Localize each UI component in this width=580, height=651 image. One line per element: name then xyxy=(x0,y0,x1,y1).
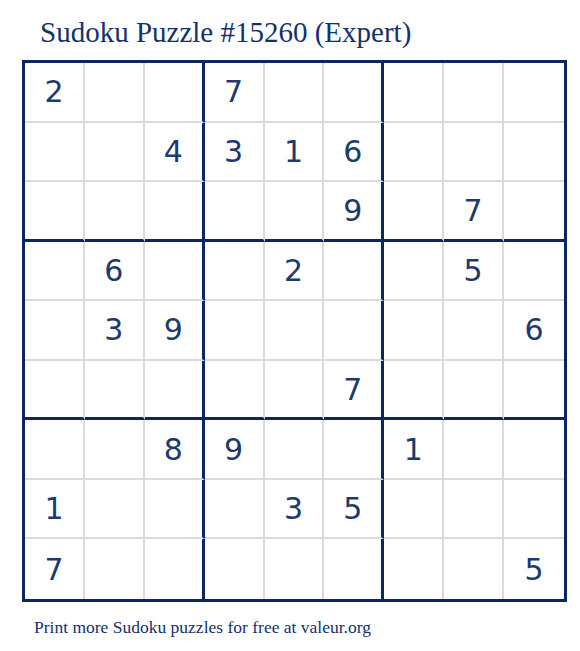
cell-r5c3[interactable]: 9 xyxy=(145,301,205,361)
cell-r3c3[interactable] xyxy=(145,182,205,242)
cell-r6c1[interactable] xyxy=(25,361,85,421)
cell-r5c4[interactable] xyxy=(205,301,265,361)
cell-r8c9[interactable] xyxy=(504,480,564,540)
cell-r2c3[interactable]: 4 xyxy=(145,123,205,183)
cell-r1c3[interactable] xyxy=(145,63,205,123)
cell-r6c4[interactable] xyxy=(205,361,265,421)
cell-r8c1[interactable]: 1 xyxy=(25,480,85,540)
cell-r9c1[interactable]: 7 xyxy=(25,539,85,599)
cell-r9c3[interactable] xyxy=(145,539,205,599)
cell-r7c5[interactable] xyxy=(265,420,325,480)
cell-r2c4[interactable]: 3 xyxy=(205,123,265,183)
cell-r2c8[interactable] xyxy=(444,123,504,183)
cell-r8c6[interactable]: 5 xyxy=(324,480,384,540)
cell-r7c9[interactable] xyxy=(504,420,564,480)
cell-r8c3[interactable] xyxy=(145,480,205,540)
cell-r5c8[interactable] xyxy=(444,301,504,361)
cell-r7c1[interactable] xyxy=(25,420,85,480)
cell-r2c5[interactable]: 1 xyxy=(265,123,325,183)
cell-r6c5[interactable] xyxy=(265,361,325,421)
cell-r2c2[interactable] xyxy=(85,123,145,183)
cell-r9c5[interactable] xyxy=(265,539,325,599)
cell-r6c9[interactable] xyxy=(504,361,564,421)
cell-r1c4[interactable]: 7 xyxy=(205,63,265,123)
cell-r8c8[interactable] xyxy=(444,480,504,540)
cell-r1c2[interactable] xyxy=(85,63,145,123)
cell-r6c7[interactable] xyxy=(384,361,444,421)
cell-r2c7[interactable] xyxy=(384,123,444,183)
cell-r9c6[interactable] xyxy=(324,539,384,599)
sudoku-board: 27431697625396789113575 xyxy=(22,60,567,602)
cell-r2c6[interactable]: 6 xyxy=(324,123,384,183)
cell-r3c7[interactable] xyxy=(384,182,444,242)
cell-r1c7[interactable] xyxy=(384,63,444,123)
cell-r1c5[interactable] xyxy=(265,63,325,123)
cell-r3c4[interactable] xyxy=(205,182,265,242)
cell-r4c5[interactable]: 2 xyxy=(265,242,325,302)
cell-r4c2[interactable]: 6 xyxy=(85,242,145,302)
cell-r4c9[interactable] xyxy=(504,242,564,302)
cell-r8c5[interactable]: 3 xyxy=(265,480,325,540)
cell-r2c1[interactable] xyxy=(25,123,85,183)
cell-r9c9[interactable]: 5 xyxy=(504,539,564,599)
cell-r7c8[interactable] xyxy=(444,420,504,480)
cell-r7c2[interactable] xyxy=(85,420,145,480)
cell-r2c9[interactable] xyxy=(504,123,564,183)
cell-r1c6[interactable] xyxy=(324,63,384,123)
cell-r4c1[interactable] xyxy=(25,242,85,302)
sudoku-page: Sudoku Puzzle #15260 (Expert) 2743169762… xyxy=(0,0,580,651)
cell-r6c8[interactable] xyxy=(444,361,504,421)
cell-r4c7[interactable] xyxy=(384,242,444,302)
cell-r6c3[interactable] xyxy=(145,361,205,421)
cell-r5c5[interactable] xyxy=(265,301,325,361)
cell-r4c3[interactable] xyxy=(145,242,205,302)
footer-text: Print more Sudoku puzzles for free at va… xyxy=(34,617,371,638)
cell-r3c8[interactable]: 7 xyxy=(444,182,504,242)
cell-r3c6[interactable]: 9 xyxy=(324,182,384,242)
cell-r4c4[interactable] xyxy=(205,242,265,302)
cell-r7c7[interactable]: 1 xyxy=(384,420,444,480)
cell-r7c6[interactable] xyxy=(324,420,384,480)
cell-r5c6[interactable] xyxy=(324,301,384,361)
cell-r3c5[interactable] xyxy=(265,182,325,242)
cell-r3c2[interactable] xyxy=(85,182,145,242)
cell-r1c1[interactable]: 2 xyxy=(25,63,85,123)
cell-r5c7[interactable] xyxy=(384,301,444,361)
cell-r5c9[interactable]: 6 xyxy=(504,301,564,361)
cell-r6c2[interactable] xyxy=(85,361,145,421)
cell-r5c2[interactable]: 3 xyxy=(85,301,145,361)
cell-r7c3[interactable]: 8 xyxy=(145,420,205,480)
cell-r8c7[interactable] xyxy=(384,480,444,540)
cell-r6c6[interactable]: 7 xyxy=(324,361,384,421)
cell-r8c4[interactable] xyxy=(205,480,265,540)
page-title: Sudoku Puzzle #15260 (Expert) xyxy=(40,16,411,49)
cell-r1c9[interactable] xyxy=(504,63,564,123)
cell-r9c7[interactable] xyxy=(384,539,444,599)
cell-r1c8[interactable] xyxy=(444,63,504,123)
cell-r4c8[interactable]: 5 xyxy=(444,242,504,302)
cell-r7c4[interactable]: 9 xyxy=(205,420,265,480)
cell-r3c1[interactable] xyxy=(25,182,85,242)
cell-r8c2[interactable] xyxy=(85,480,145,540)
cell-r4c6[interactable] xyxy=(324,242,384,302)
cell-r5c1[interactable] xyxy=(25,301,85,361)
cell-r9c4[interactable] xyxy=(205,539,265,599)
cell-r3c9[interactable] xyxy=(504,182,564,242)
cell-r9c2[interactable] xyxy=(85,539,145,599)
cell-r9c8[interactable] xyxy=(444,539,504,599)
